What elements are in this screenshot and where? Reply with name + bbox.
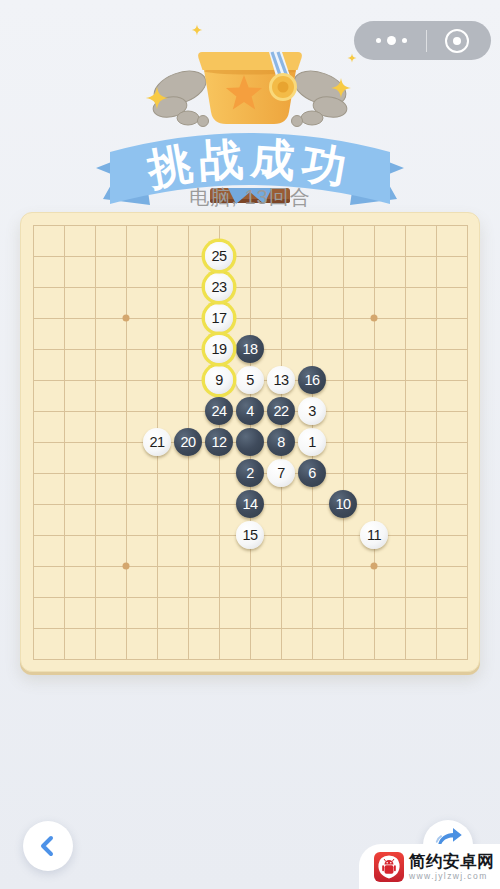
board-cell[interactable] (312, 411, 343, 442)
board-cell[interactable] (374, 442, 405, 473)
board-cell[interactable] (436, 535, 467, 566)
board-cell[interactable] (157, 318, 188, 349)
board-cell[interactable] (188, 628, 219, 659)
board-cell[interactable] (126, 225, 157, 256)
board-cell[interactable] (374, 597, 405, 628)
board-cell[interactable] (64, 287, 95, 318)
board-cell[interactable] (157, 473, 188, 504)
board-cell[interactable] (33, 504, 64, 535)
board-cell[interactable] (188, 535, 219, 566)
board-cell[interactable] (343, 473, 374, 504)
board-cell[interactable] (405, 225, 436, 256)
board-cell[interactable] (188, 566, 219, 597)
board-cell[interactable] (126, 628, 157, 659)
board-cell[interactable] (281, 256, 312, 287)
board-cell[interactable] (281, 287, 312, 318)
board-cell[interactable] (157, 349, 188, 380)
board-cell[interactable] (250, 318, 281, 349)
board-cell[interactable] (33, 597, 64, 628)
board-cell[interactable] (157, 256, 188, 287)
board-cell[interactable] (95, 504, 126, 535)
board-cell[interactable] (436, 318, 467, 349)
board-cell[interactable] (281, 473, 312, 504)
board-cell[interactable] (33, 318, 64, 349)
board-cell[interactable] (250, 287, 281, 318)
board-cell[interactable] (95, 225, 126, 256)
chevron-left-icon (36, 834, 60, 858)
board-cell[interactable] (250, 504, 281, 535)
board-cell[interactable] (126, 442, 157, 473)
board-cell[interactable] (33, 628, 64, 659)
board-cell[interactable] (374, 535, 405, 566)
board-cell[interactable] (33, 442, 64, 473)
board-cell[interactable] (250, 566, 281, 597)
board-cell[interactable] (250, 225, 281, 256)
board-cell[interactable] (312, 349, 343, 380)
board-cell[interactable] (436, 442, 467, 473)
more-icon[interactable] (376, 36, 407, 45)
board-cell[interactable] (343, 287, 374, 318)
board-cell[interactable] (219, 318, 250, 349)
gomoku-board[interactable]: 1234567891011121314151617181920212223242… (20, 212, 480, 672)
board-cell[interactable] (95, 473, 126, 504)
board-cell[interactable] (126, 597, 157, 628)
board-cell[interactable] (281, 442, 312, 473)
board-cell[interactable] (126, 318, 157, 349)
board-cell[interactable] (281, 411, 312, 442)
board-cell[interactable] (33, 566, 64, 597)
board-cell[interactable] (374, 318, 405, 349)
board-cell[interactable] (219, 442, 250, 473)
board-cell[interactable] (188, 411, 219, 442)
board-cell[interactable] (219, 473, 250, 504)
board-cell[interactable] (281, 597, 312, 628)
board-cell[interactable] (157, 411, 188, 442)
board-cell[interactable] (188, 504, 219, 535)
board-cell[interactable] (219, 504, 250, 535)
board-cell[interactable] (33, 535, 64, 566)
board-cell[interactable] (64, 256, 95, 287)
board-cell[interactable] (250, 411, 281, 442)
app-screen: 挑战成功 电脑, 13回合 12345678910111213141516171… (0, 0, 500, 889)
board-cell[interactable] (343, 256, 374, 287)
board-cell[interactable] (405, 349, 436, 380)
board-cell[interactable] (405, 442, 436, 473)
board-cell[interactable] (64, 225, 95, 256)
board-cell[interactable] (95, 256, 126, 287)
board-cell[interactable] (219, 380, 250, 411)
board-cell[interactable] (436, 349, 467, 380)
board-cell[interactable] (157, 597, 188, 628)
board-cell[interactable] (157, 380, 188, 411)
board-cell[interactable] (312, 442, 343, 473)
board-cell[interactable] (188, 349, 219, 380)
board-cell[interactable] (343, 597, 374, 628)
board-cell[interactable] (33, 473, 64, 504)
board-cell[interactable] (312, 256, 343, 287)
board-cell[interactable] (95, 349, 126, 380)
board-cell[interactable] (436, 225, 467, 256)
exit-circle-icon[interactable] (445, 29, 469, 53)
board-cell[interactable] (95, 287, 126, 318)
back-button[interactable] (23, 821, 73, 871)
board-cell[interactable] (188, 442, 219, 473)
watermark-card: 简约安卓网 www.jylzwj.com (359, 844, 500, 889)
board-cell[interactable] (405, 256, 436, 287)
board-cell[interactable] (33, 287, 64, 318)
board-cell[interactable] (250, 535, 281, 566)
board-cell[interactable] (157, 535, 188, 566)
board-cell[interactable] (64, 566, 95, 597)
board-cell[interactable] (436, 256, 467, 287)
board-cell[interactable] (405, 504, 436, 535)
board-cell[interactable] (281, 535, 312, 566)
board-cell[interactable] (312, 287, 343, 318)
board-cell[interactable] (436, 566, 467, 597)
board-cell[interactable] (95, 318, 126, 349)
board-cell[interactable] (157, 225, 188, 256)
board-cell[interactable] (250, 597, 281, 628)
board-cell[interactable] (188, 473, 219, 504)
board-cell[interactable] (405, 380, 436, 411)
board-cell[interactable] (250, 473, 281, 504)
board-cell[interactable] (64, 504, 95, 535)
board-cell[interactable] (374, 287, 405, 318)
board-cell[interactable] (64, 473, 95, 504)
board-cell[interactable] (219, 256, 250, 287)
board-cell[interactable] (250, 256, 281, 287)
board-cell[interactable] (188, 225, 219, 256)
board-cell[interactable] (188, 318, 219, 349)
board-cell[interactable] (343, 628, 374, 659)
board-cell[interactable] (250, 349, 281, 380)
board-cell[interactable] (374, 504, 405, 535)
board-cell[interactable] (95, 535, 126, 566)
board-cell[interactable] (343, 318, 374, 349)
board-cell[interactable] (157, 442, 188, 473)
board-cell[interactable] (188, 597, 219, 628)
board-cell[interactable] (312, 597, 343, 628)
board-cell[interactable] (405, 566, 436, 597)
board-cell[interactable] (95, 628, 126, 659)
board-cell[interactable] (374, 566, 405, 597)
board-cell[interactable] (33, 349, 64, 380)
board-cell[interactable] (219, 566, 250, 597)
board-cell[interactable] (126, 473, 157, 504)
board-cell[interactable] (219, 225, 250, 256)
board-cell[interactable] (281, 225, 312, 256)
board-cell[interactable] (64, 411, 95, 442)
board-cell[interactable] (405, 287, 436, 318)
board-cell[interactable] (250, 442, 281, 473)
board-cell[interactable] (436, 411, 467, 442)
board-cell[interactable] (219, 349, 250, 380)
board-cell[interactable] (374, 411, 405, 442)
board-cell[interactable] (188, 256, 219, 287)
board-cell[interactable] (436, 287, 467, 318)
board-cell[interactable] (343, 442, 374, 473)
board-cell[interactable] (33, 411, 64, 442)
board-cell[interactable] (126, 535, 157, 566)
board-cell[interactable] (157, 566, 188, 597)
board-cell[interactable] (343, 535, 374, 566)
board-cell[interactable] (405, 318, 436, 349)
board-cell[interactable] (343, 504, 374, 535)
board-cell[interactable] (219, 628, 250, 659)
board-cell[interactable] (405, 411, 436, 442)
board-cell[interactable] (64, 628, 95, 659)
board-cell[interactable] (343, 349, 374, 380)
board-cell[interactable] (312, 318, 343, 349)
board-cell[interactable] (64, 442, 95, 473)
board-cell[interactable] (343, 225, 374, 256)
watermark-site: 简约安卓网 (409, 853, 494, 870)
board-cell[interactable] (64, 535, 95, 566)
board-cell[interactable] (126, 256, 157, 287)
board-cell[interactable] (95, 566, 126, 597)
board-cell[interactable] (312, 566, 343, 597)
board-cell[interactable] (219, 597, 250, 628)
board-cell[interactable] (250, 380, 281, 411)
result-subtitle: 电脑, 13回合 (0, 184, 500, 211)
board-cell[interactable] (95, 597, 126, 628)
board-cell[interactable] (64, 318, 95, 349)
board-cell[interactable] (95, 411, 126, 442)
board-cell[interactable] (157, 504, 188, 535)
board-cell[interactable] (312, 473, 343, 504)
board-cell[interactable] (95, 442, 126, 473)
board-cell[interactable] (95, 380, 126, 411)
board-cell[interactable] (312, 628, 343, 659)
capsule-divider (426, 30, 427, 52)
board-cell[interactable] (281, 628, 312, 659)
board-cell[interactable] (436, 597, 467, 628)
board-cell[interactable] (312, 380, 343, 411)
board-cell[interactable] (374, 628, 405, 659)
board-cell[interactable] (157, 628, 188, 659)
board-cell[interactable] (405, 473, 436, 504)
board-cell[interactable] (405, 597, 436, 628)
board-cell[interactable] (343, 380, 374, 411)
board-cell[interactable] (405, 628, 436, 659)
watermark-url: www.jylzwj.com (409, 872, 494, 881)
board-cell[interactable] (126, 411, 157, 442)
board-cell[interactable] (374, 380, 405, 411)
board-cell[interactable] (374, 256, 405, 287)
board-cell[interactable] (312, 225, 343, 256)
board-cell[interactable] (436, 473, 467, 504)
board-cell[interactable] (219, 535, 250, 566)
board-cell[interactable] (157, 287, 188, 318)
board-cell[interactable] (64, 380, 95, 411)
android-logo-icon (374, 851, 404, 883)
board-cell[interactable] (405, 535, 436, 566)
board-cell[interactable] (126, 287, 157, 318)
board-cell[interactable] (374, 349, 405, 380)
board-cell[interactable] (281, 318, 312, 349)
board-cell[interactable] (188, 287, 219, 318)
board-cell[interactable] (33, 256, 64, 287)
board-cell[interactable] (126, 566, 157, 597)
board-cell[interactable] (33, 380, 64, 411)
board-cell[interactable] (436, 504, 467, 535)
board-cell[interactable] (343, 566, 374, 597)
board-cell[interactable] (64, 349, 95, 380)
board-cell[interactable] (281, 349, 312, 380)
board-cell[interactable] (250, 628, 281, 659)
board-cell[interactable] (33, 225, 64, 256)
board-cell[interactable] (281, 380, 312, 411)
board-cell[interactable] (64, 597, 95, 628)
board-cell[interactable] (436, 628, 467, 659)
board-cell[interactable] (281, 504, 312, 535)
board-cell[interactable] (219, 287, 250, 318)
board-cell[interactable] (312, 535, 343, 566)
board-cell[interactable] (374, 225, 405, 256)
board-cell[interactable] (188, 380, 219, 411)
board-cell[interactable] (219, 411, 250, 442)
board-cell[interactable] (126, 380, 157, 411)
board-cell[interactable] (312, 504, 343, 535)
board-grid[interactable] (33, 225, 468, 660)
board-cell[interactable] (343, 411, 374, 442)
board-cell[interactable] (126, 504, 157, 535)
board-cell[interactable] (374, 473, 405, 504)
board-cell[interactable] (436, 380, 467, 411)
board-cell[interactable] (281, 566, 312, 597)
wechat-capsule (354, 21, 491, 60)
board-cell[interactable] (126, 349, 157, 380)
